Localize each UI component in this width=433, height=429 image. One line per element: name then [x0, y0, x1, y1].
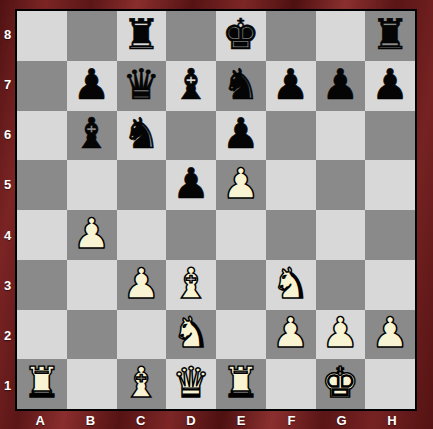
- file-label-f: F: [266, 412, 316, 429]
- square-a6[interactable]: [17, 111, 67, 161]
- square-e4[interactable]: [216, 210, 266, 260]
- file-label-b: B: [65, 412, 115, 429]
- square-h6[interactable]: [365, 111, 415, 161]
- rank-label-2: 2: [0, 311, 15, 361]
- white-knight-piece[interactable]: ♞: [272, 263, 310, 305]
- square-f8[interactable]: [266, 11, 316, 61]
- square-h3[interactable]: [365, 260, 415, 310]
- square-c1[interactable]: ♝: [117, 359, 167, 409]
- file-label-c: C: [116, 412, 166, 429]
- square-h8[interactable]: ♜: [365, 11, 415, 61]
- chess-board: ♜♚♜♟♛♝♞♟♟♟♝♞♟♟♟♟♟♝♞♞♟♟♟♜♝♛♜♚: [15, 9, 417, 411]
- square-b3[interactable]: [67, 260, 117, 310]
- rank-labels: 87654321: [0, 9, 15, 411]
- black-rook-piece[interactable]: ♜: [123, 14, 161, 56]
- square-g3[interactable]: [316, 260, 366, 310]
- square-d1[interactable]: ♛: [166, 359, 216, 409]
- file-label-a: A: [15, 412, 65, 429]
- rank-label-6: 6: [0, 110, 15, 160]
- square-h7[interactable]: ♟: [365, 61, 415, 111]
- square-g2[interactable]: ♟: [316, 310, 366, 360]
- square-a8[interactable]: [17, 11, 67, 61]
- square-d4[interactable]: [166, 210, 216, 260]
- square-e2[interactable]: [216, 310, 266, 360]
- square-f6[interactable]: [266, 111, 316, 161]
- square-e7[interactable]: ♞: [216, 61, 266, 111]
- square-b5[interactable]: [67, 160, 117, 210]
- black-bishop-piece[interactable]: ♝: [172, 64, 210, 106]
- square-f4[interactable]: [266, 210, 316, 260]
- chess-app: 87654321 ♜♚♜♟♛♝♞♟♟♟♝♞♟♟♟♟♟♝♞♞♟♟♟♜♝♛♜♚ AB…: [0, 0, 433, 429]
- square-d7[interactable]: ♝: [166, 61, 216, 111]
- square-g4[interactable]: [316, 210, 366, 260]
- square-c2[interactable]: [117, 310, 167, 360]
- square-b6[interactable]: ♝: [67, 111, 117, 161]
- square-g5[interactable]: [316, 160, 366, 210]
- square-d6[interactable]: [166, 111, 216, 161]
- rank-label-5: 5: [0, 160, 15, 210]
- rank-label-1: 1: [0, 361, 15, 411]
- black-pawn-piece[interactable]: ♟: [272, 64, 310, 106]
- square-d8[interactable]: [166, 11, 216, 61]
- square-g1[interactable]: ♚: [316, 359, 366, 409]
- black-bishop-piece[interactable]: ♝: [73, 113, 111, 155]
- square-e1[interactable]: ♜: [216, 359, 266, 409]
- rank-label-7: 7: [0, 59, 15, 109]
- square-c4[interactable]: [117, 210, 167, 260]
- square-d5[interactable]: ♟: [166, 160, 216, 210]
- square-g6[interactable]: [316, 111, 366, 161]
- rank-label-3: 3: [0, 260, 15, 310]
- file-label-d: D: [166, 412, 216, 429]
- square-c7[interactable]: ♛: [117, 61, 167, 111]
- black-rook-piece[interactable]: ♜: [371, 14, 409, 56]
- black-pawn-piece[interactable]: ♟: [371, 64, 409, 106]
- white-knight-piece[interactable]: ♞: [172, 312, 210, 354]
- square-f1[interactable]: [266, 359, 316, 409]
- square-a4[interactable]: [17, 210, 67, 260]
- square-b4[interactable]: ♟: [67, 210, 117, 260]
- white-pawn-piece[interactable]: ♟: [272, 312, 310, 354]
- white-pawn-piece[interactable]: ♟: [222, 163, 260, 205]
- white-rook-piece[interactable]: ♜: [23, 362, 61, 404]
- square-f2[interactable]: ♟: [266, 310, 316, 360]
- black-pawn-piece[interactable]: ♟: [73, 64, 111, 106]
- black-pawn-piece[interactable]: ♟: [222, 113, 260, 155]
- square-g7[interactable]: ♟: [316, 61, 366, 111]
- file-labels: ABCDEFGH: [15, 412, 417, 429]
- square-e5[interactable]: ♟: [216, 160, 266, 210]
- square-b7[interactable]: ♟: [67, 61, 117, 111]
- square-c6[interactable]: ♞: [117, 111, 167, 161]
- square-f5[interactable]: [266, 160, 316, 210]
- square-h2[interactable]: ♟: [365, 310, 415, 360]
- square-a2[interactable]: [17, 310, 67, 360]
- white-bishop-piece[interactable]: ♝: [172, 263, 210, 305]
- square-e8[interactable]: ♚: [216, 11, 266, 61]
- square-b8[interactable]: [67, 11, 117, 61]
- square-d2[interactable]: ♞: [166, 310, 216, 360]
- square-b2[interactable]: [67, 310, 117, 360]
- white-pawn-piece[interactable]: ♟: [123, 263, 161, 305]
- square-g8[interactable]: [316, 11, 366, 61]
- white-king-piece[interactable]: ♚: [322, 362, 360, 404]
- file-label-g: G: [317, 412, 367, 429]
- square-a5[interactable]: [17, 160, 67, 210]
- square-b1[interactable]: [67, 359, 117, 409]
- white-bishop-piece[interactable]: ♝: [123, 362, 161, 404]
- square-c5[interactable]: [117, 160, 167, 210]
- black-queen-piece[interactable]: ♛: [123, 64, 161, 106]
- black-knight-piece[interactable]: ♞: [123, 113, 161, 155]
- square-c8[interactable]: ♜: [117, 11, 167, 61]
- rank-label-8: 8: [0, 9, 15, 59]
- black-pawn-piece[interactable]: ♟: [322, 64, 360, 106]
- square-a1[interactable]: ♜: [17, 359, 67, 409]
- square-c3[interactable]: ♟: [117, 260, 167, 310]
- square-f3[interactable]: ♞: [266, 260, 316, 310]
- black-knight-piece[interactable]: ♞: [222, 64, 260, 106]
- square-f7[interactable]: ♟: [266, 61, 316, 111]
- file-label-e: E: [216, 412, 266, 429]
- square-a3[interactable]: [17, 260, 67, 310]
- file-label-h: H: [367, 412, 417, 429]
- square-e6[interactable]: ♟: [216, 111, 266, 161]
- square-h1[interactable]: [365, 359, 415, 409]
- white-pawn-piece[interactable]: ♟: [371, 312, 409, 354]
- square-h4[interactable]: [365, 210, 415, 260]
- black-pawn-piece[interactable]: ♟: [172, 163, 210, 205]
- square-h5[interactable]: [365, 160, 415, 210]
- white-pawn-piece[interactable]: ♟: [73, 213, 111, 255]
- black-king-piece[interactable]: ♚: [222, 14, 260, 56]
- rank-label-4: 4: [0, 210, 15, 260]
- square-a7[interactable]: [17, 61, 67, 111]
- white-queen-piece[interactable]: ♛: [172, 362, 210, 404]
- square-d3[interactable]: ♝: [166, 260, 216, 310]
- white-rook-piece[interactable]: ♜: [222, 362, 260, 404]
- white-pawn-piece[interactable]: ♟: [322, 312, 360, 354]
- square-e3[interactable]: [216, 260, 266, 310]
